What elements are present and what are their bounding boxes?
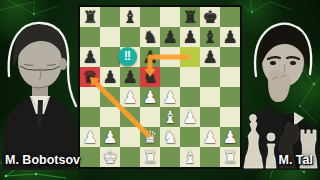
square-c4: ♟ xyxy=(120,87,140,107)
square-h2: ♟ xyxy=(220,127,240,147)
square-d6: ♟ xyxy=(140,47,160,67)
white-bishop-icon: ♝ xyxy=(162,107,177,127)
tie xyxy=(37,100,43,126)
square-a5: ♛ xyxy=(80,67,100,87)
eye xyxy=(270,61,276,65)
square-b7 xyxy=(100,27,120,47)
square-g6: ♟ xyxy=(200,47,220,67)
black-rook-icon: ♜ xyxy=(82,7,97,27)
fist xyxy=(268,69,291,102)
white-pawn-icon: ♟ xyxy=(122,87,137,107)
square-b4 xyxy=(100,87,120,107)
white-pawn-icon: ♟ xyxy=(162,87,177,107)
black-king-icon: ♚ xyxy=(202,7,217,27)
square-c2 xyxy=(120,127,140,147)
square-h1: ♜ xyxy=(220,147,240,167)
square-d7: ♞ xyxy=(140,27,160,47)
square-a4 xyxy=(80,87,100,107)
square-a2: ♟ xyxy=(80,127,100,147)
square-d3 xyxy=(140,107,160,127)
brilliant-move-badge: !! xyxy=(118,47,137,66)
thumbnail-stage: ♜♝♜♚♞♟♟♝♟♟♟♟♛♟♟♞♟♟♟♝♟♟♟♛♞♟♟♚♜♝♜ !! M. Bo… xyxy=(0,0,320,180)
square-a7 xyxy=(80,27,100,47)
white-knight-icon: ♞ xyxy=(162,127,177,147)
square-f7: ♟ xyxy=(180,27,200,47)
chess-board: ♜♝♜♚♞♟♟♝♟♟♟♟♛♟♟♞♟♟♟♝♟♟♟♛♞♟♟♚♜♝♜ !! xyxy=(78,5,242,169)
square-g5 xyxy=(200,67,220,87)
white-queen-icon: ♛ xyxy=(142,127,157,147)
white-pawn-icon: ♟ xyxy=(202,127,217,147)
player-name-left: M. Bobotsov xyxy=(5,153,80,167)
square-c8: ♝ xyxy=(120,7,140,27)
square-e6 xyxy=(160,47,180,67)
square-f3: ♟ xyxy=(180,107,200,127)
square-c1 xyxy=(120,147,140,167)
square-g2: ♟ xyxy=(200,127,220,147)
square-d2: ♛ xyxy=(140,127,160,147)
square-g1 xyxy=(200,147,220,167)
square-g8: ♚ xyxy=(200,7,220,27)
square-b8 xyxy=(100,7,120,27)
square-a3 xyxy=(80,107,100,127)
square-a6: ♟ xyxy=(80,47,100,67)
square-e8 xyxy=(160,7,180,27)
square-e4: ♟ xyxy=(160,87,180,107)
square-f5 xyxy=(180,67,200,87)
black-pawn-icon: ♟ xyxy=(202,47,217,67)
square-a8: ♜ xyxy=(80,7,100,27)
eye xyxy=(290,61,296,65)
square-b2: ♟ xyxy=(100,127,120,147)
square-d8 xyxy=(140,7,160,27)
square-c3 xyxy=(120,107,140,127)
white-pawn-icon: ♟ xyxy=(222,127,237,147)
black-queen-icon: ♛ xyxy=(82,67,97,87)
square-h5 xyxy=(220,67,240,87)
white-pawn-icon: ♟ xyxy=(82,127,97,147)
square-h8 xyxy=(220,7,240,27)
black-pawn-icon: ♟ xyxy=(102,67,117,87)
square-e3: ♝ xyxy=(160,107,180,127)
white-rook-icon: ♜ xyxy=(142,147,157,167)
square-f2 xyxy=(180,127,200,147)
square-d4: ♟ xyxy=(140,87,160,107)
square-e1 xyxy=(160,147,180,167)
square-e2: ♞ xyxy=(160,127,180,147)
square-d5: ♞ xyxy=(140,67,160,87)
black-knight-icon: ♞ xyxy=(142,67,157,87)
black-rook-icon: ♜ xyxy=(182,7,197,27)
square-b1: ♚ xyxy=(100,147,120,167)
square-g3 xyxy=(200,107,220,127)
square-h3 xyxy=(220,107,240,127)
square-e7: ♟ xyxy=(160,27,180,47)
square-f1: ♝ xyxy=(180,147,200,167)
square-c7 xyxy=(120,27,140,47)
black-pawn-icon: ♟ xyxy=(182,27,197,47)
white-pawn-icon: ♟ xyxy=(182,107,197,127)
square-c5: ♟ xyxy=(120,67,140,87)
black-bishop-icon: ♝ xyxy=(122,7,137,27)
black-pawn-icon: ♟ xyxy=(222,27,237,47)
black-knight-icon: ♞ xyxy=(142,27,157,47)
white-bishop-icon: ♝ xyxy=(182,147,197,167)
square-f8: ♜ xyxy=(180,7,200,27)
square-h4 xyxy=(220,87,240,107)
square-h7: ♟ xyxy=(220,27,240,47)
square-h6 xyxy=(220,47,240,67)
white-pawn-icon: ♟ xyxy=(102,127,117,147)
black-pawn-icon: ♟ xyxy=(162,27,177,47)
square-e5 xyxy=(160,67,180,87)
black-bishop-icon: ♝ xyxy=(202,27,217,47)
white-rook-icon: ♜ xyxy=(222,147,237,167)
player-name-right: M. Tal xyxy=(279,153,314,167)
square-d1: ♜ xyxy=(140,147,160,167)
black-pawn-icon: ♟ xyxy=(122,67,137,87)
white-pawn-icon: ♟ xyxy=(142,87,157,107)
black-pawn-icon: ♟ xyxy=(142,47,157,67)
square-g4 xyxy=(200,87,220,107)
square-f6 xyxy=(180,47,200,67)
black-pawn-icon: ♟ xyxy=(82,47,97,67)
square-b5: ♟ xyxy=(100,67,120,87)
square-b6 xyxy=(100,47,120,67)
square-g7: ♝ xyxy=(200,27,220,47)
board-grid: ♜♝♜♚♞♟♟♝♟♟♟♟♛♟♟♞♟♟♟♝♟♟♟♛♞♟♟♚♜♝♜ xyxy=(80,7,240,167)
square-a1 xyxy=(80,147,100,167)
square-f4 xyxy=(180,87,200,107)
white-king-icon: ♚ xyxy=(102,147,117,167)
square-b3 xyxy=(100,107,120,127)
